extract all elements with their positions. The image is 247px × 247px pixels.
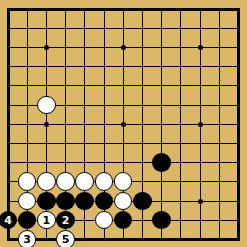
white-stone: [56, 172, 75, 191]
black-stone: [152, 211, 171, 230]
white-stone: [114, 192, 133, 211]
black-stone-move-4: 4: [0, 211, 17, 230]
move-number-label: 3: [23, 234, 31, 245]
white-stone-move-1: 1: [37, 211, 56, 230]
go-board: 41235: [0, 0, 247, 247]
white-stone: [18, 172, 37, 191]
white-stone: [37, 172, 56, 191]
white-stone: [95, 172, 114, 191]
black-stone: [37, 192, 56, 211]
white-stone: [95, 211, 114, 230]
white-stone-move-5: 5: [56, 230, 75, 247]
white-stone: [114, 172, 133, 191]
white-stone: [18, 192, 37, 211]
black-stone: [133, 192, 152, 211]
move-number-label: 2: [62, 215, 70, 226]
move-number-label: 1: [43, 215, 51, 226]
black-stone: [56, 192, 75, 211]
white-stone: [75, 172, 94, 191]
black-stone-move-2: 2: [56, 211, 75, 230]
white-stone-move-3: 3: [18, 230, 37, 247]
move-number-label: 4: [4, 215, 12, 226]
stones-layer: 41235: [0, 0, 247, 247]
black-stone: [75, 192, 94, 211]
black-stone: [152, 153, 171, 172]
black-stone: [114, 211, 133, 230]
black-stone: [95, 192, 114, 211]
move-number-label: 5: [62, 234, 70, 245]
white-stone: [37, 96, 56, 115]
black-stone: [18, 211, 37, 230]
